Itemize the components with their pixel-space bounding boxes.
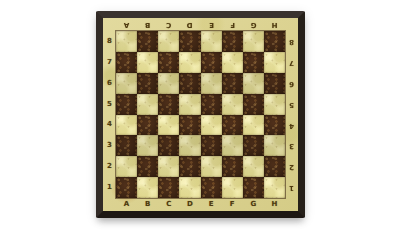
square-c8[interactable] (158, 31, 179, 52)
file-label-bottom-f: F (222, 198, 243, 211)
square-b1[interactable] (137, 177, 158, 198)
square-e6[interactable] (201, 73, 222, 94)
square-c1[interactable] (158, 177, 179, 198)
square-f2[interactable] (222, 156, 243, 177)
square-g2[interactable] (243, 156, 264, 177)
file-label-bottom-a: A (116, 198, 137, 211)
square-f7[interactable] (222, 52, 243, 73)
square-b5[interactable] (137, 94, 158, 115)
square-e7[interactable] (201, 52, 222, 73)
square-e5[interactable] (201, 94, 222, 115)
rank-label-right-7: 7 (285, 52, 298, 73)
rank-label-right-4: 4 (285, 115, 298, 136)
square-a3[interactable] (116, 135, 137, 156)
file-label-bottom-c: C (158, 198, 179, 211)
square-b8[interactable] (137, 31, 158, 52)
square-h5[interactable] (264, 94, 285, 115)
square-b6[interactable] (137, 73, 158, 94)
square-b4[interactable] (137, 115, 158, 136)
board-border-strip: ABCDEFGH8877665544332211ABCDEFGH (103, 18, 298, 211)
square-f4[interactable] (222, 115, 243, 136)
square-e8[interactable] (201, 31, 222, 52)
square-b7[interactable] (137, 52, 158, 73)
rank-label-left-1: 1 (103, 177, 116, 198)
file-label-top-a: A (116, 18, 137, 31)
rank-label-right-3: 3 (285, 135, 298, 156)
rank-label-left-5: 5 (103, 94, 116, 115)
square-g8[interactable] (243, 31, 264, 52)
rank-label-right-2: 2 (285, 156, 298, 177)
square-a1[interactable] (116, 177, 137, 198)
square-a7[interactable] (116, 52, 137, 73)
square-h7[interactable] (264, 52, 285, 73)
square-b2[interactable] (137, 156, 158, 177)
square-d1[interactable] (179, 177, 200, 198)
square-h4[interactable] (264, 115, 285, 136)
square-a2[interactable] (116, 156, 137, 177)
file-label-top-d: D (179, 18, 200, 31)
square-d2[interactable] (179, 156, 200, 177)
rank-label-left-2: 2 (103, 156, 116, 177)
square-f8[interactable] (222, 31, 243, 52)
file-label-bottom-g: G (243, 198, 264, 211)
square-g1[interactable] (243, 177, 264, 198)
rank-label-right-1: 1 (285, 177, 298, 198)
rank-label-right-6: 6 (285, 73, 298, 94)
rank-label-right-5: 5 (285, 94, 298, 115)
rank-label-left-4: 4 (103, 115, 116, 136)
square-e2[interactable] (201, 156, 222, 177)
square-a4[interactable] (116, 115, 137, 136)
file-label-top-f: F (222, 18, 243, 31)
chessboard: ABCDEFGH8877665544332211ABCDEFGH (96, 11, 305, 218)
square-c5[interactable] (158, 94, 179, 115)
square-d7[interactable] (179, 52, 200, 73)
photo-background: ABCDEFGH8877665544332211ABCDEFGH (0, 0, 400, 240)
square-g5[interactable] (243, 94, 264, 115)
square-d8[interactable] (179, 31, 200, 52)
square-a6[interactable] (116, 73, 137, 94)
rank-label-left-6: 6 (103, 73, 116, 94)
square-c2[interactable] (158, 156, 179, 177)
square-f6[interactable] (222, 73, 243, 94)
square-h1[interactable] (264, 177, 285, 198)
square-e3[interactable] (201, 135, 222, 156)
square-e1[interactable] (201, 177, 222, 198)
file-label-top-g: G (243, 18, 264, 31)
square-f1[interactable] (222, 177, 243, 198)
square-g6[interactable] (243, 73, 264, 94)
square-d4[interactable] (179, 115, 200, 136)
square-b3[interactable] (137, 135, 158, 156)
square-f5[interactable] (222, 94, 243, 115)
rank-label-left-3: 3 (103, 135, 116, 156)
square-h8[interactable] (264, 31, 285, 52)
square-a8[interactable] (116, 31, 137, 52)
square-c7[interactable] (158, 52, 179, 73)
file-label-bottom-h: H (264, 198, 285, 211)
square-e4[interactable] (201, 115, 222, 136)
border-corner-top-left (103, 18, 116, 31)
square-c3[interactable] (158, 135, 179, 156)
square-d3[interactable] (179, 135, 200, 156)
square-g7[interactable] (243, 52, 264, 73)
square-f3[interactable] (222, 135, 243, 156)
square-c4[interactable] (158, 115, 179, 136)
border-corner-bottom-right (285, 198, 298, 211)
file-label-bottom-d: D (179, 198, 200, 211)
file-label-bottom-b: B (137, 198, 158, 211)
square-c6[interactable] (158, 73, 179, 94)
border-corner-bottom-left (103, 198, 116, 211)
square-d6[interactable] (179, 73, 200, 94)
rank-label-right-8: 8 (285, 31, 298, 52)
square-h3[interactable] (264, 135, 285, 156)
square-d5[interactable] (179, 94, 200, 115)
border-corner-top-right (285, 18, 298, 31)
square-h6[interactable] (264, 73, 285, 94)
file-label-top-e: E (201, 18, 222, 31)
square-h2[interactable] (264, 156, 285, 177)
file-label-top-c: C (158, 18, 179, 31)
file-label-top-h: H (264, 18, 285, 31)
square-g3[interactable] (243, 135, 264, 156)
square-a5[interactable] (116, 94, 137, 115)
file-label-top-b: B (137, 18, 158, 31)
square-g4[interactable] (243, 115, 264, 136)
rank-label-left-7: 7 (103, 52, 116, 73)
file-label-bottom-e: E (201, 198, 222, 211)
rank-label-left-8: 8 (103, 31, 116, 52)
